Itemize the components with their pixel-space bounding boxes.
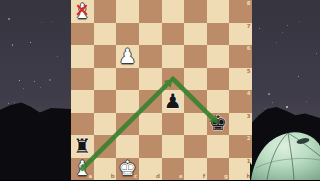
- square-g1: g: [207, 158, 230, 181]
- star: [316, 53, 317, 54]
- coord-file-f: f: [203, 174, 205, 180]
- star: [286, 106, 288, 108]
- star: [41, 22, 42, 23]
- square-g4: [207, 90, 230, 113]
- square-f1: f: [184, 158, 207, 181]
- square-a7: [71, 23, 94, 46]
- square-b2: [94, 135, 117, 158]
- square-a3: [71, 113, 94, 136]
- white-king: ♚: [119, 158, 137, 178]
- coord-file-c: c: [134, 174, 137, 180]
- square-a5: [71, 68, 94, 91]
- square-f5: [184, 68, 207, 91]
- square-e8: [162, 0, 185, 23]
- star: [23, 88, 24, 89]
- coord-file-d: d: [156, 174, 160, 180]
- square-c6: ♟: [116, 45, 139, 68]
- square-f6: [184, 45, 207, 68]
- coord-rank-8: 8: [247, 1, 251, 7]
- square-f3: [184, 113, 207, 136]
- square-f2: [184, 135, 207, 158]
- square-d7: [139, 23, 162, 46]
- star: [14, 102, 15, 103]
- square-d2: [139, 135, 162, 158]
- star: [282, 32, 283, 33]
- square-c7: [116, 23, 139, 46]
- black-pawn: ♟: [164, 91, 182, 111]
- square-g5: [207, 68, 230, 91]
- square-e5: [162, 68, 185, 91]
- square-e4: ♟: [162, 90, 185, 113]
- square-g2: [207, 135, 230, 158]
- star: [52, 21, 53, 22]
- star: [12, 44, 14, 46]
- square-e1: e: [162, 158, 185, 181]
- star: [19, 80, 20, 81]
- star: [268, 93, 270, 95]
- square-c2: [116, 135, 139, 158]
- star: [49, 79, 51, 81]
- square-h5: 5: [229, 68, 252, 91]
- coord-rank-1: 1: [247, 159, 251, 165]
- square-h6: 6: [229, 45, 252, 68]
- star: [8, 103, 9, 104]
- coord-file-g: g: [224, 174, 228, 180]
- square-b7: [94, 23, 117, 46]
- coord-rank-5: 5: [247, 69, 251, 75]
- square-d4: [139, 90, 162, 113]
- square-h8: 8: [229, 0, 252, 23]
- square-b5: [94, 68, 117, 91]
- star: [40, 87, 41, 88]
- coord-file-h: h: [247, 174, 251, 180]
- square-h3: 3: [229, 113, 252, 136]
- star: [299, 21, 300, 22]
- star: [8, 18, 10, 20]
- square-e3: [162, 113, 185, 136]
- square-a6: [71, 45, 94, 68]
- coord-rank-4: 4: [247, 91, 251, 97]
- square-f8: [184, 0, 207, 23]
- video-frame: ♝87♟65♟4♚3♜2a♝bc♚defg1h: [0, 0, 320, 180]
- square-a4: [71, 90, 94, 113]
- star: [34, 81, 35, 82]
- square-g7: [207, 23, 230, 46]
- square-g8: [207, 0, 230, 23]
- star: [306, 101, 307, 102]
- square-g3: ♚: [207, 113, 230, 136]
- square-h7: 7: [229, 23, 252, 46]
- square-h2: 2: [229, 135, 252, 158]
- square-d8: [139, 0, 162, 23]
- square-e7: [162, 23, 185, 46]
- square-b1: b: [94, 158, 117, 181]
- square-c1: c♚: [116, 158, 139, 181]
- square-c4: [116, 90, 139, 113]
- square-e2: [162, 135, 185, 158]
- coord-rank-6: 6: [247, 46, 251, 52]
- square-c5: [116, 68, 139, 91]
- star: [287, 25, 288, 26]
- black-king: ♚: [209, 113, 227, 133]
- square-c8: [116, 0, 139, 23]
- coord-file-b: b: [111, 174, 115, 180]
- star: [265, 108, 266, 109]
- square-a2: ♜: [71, 135, 94, 158]
- coord-file-e: e: [179, 174, 183, 180]
- star: [276, 42, 277, 43]
- red-x-mark: [75, 3, 89, 17]
- square-e6: [162, 45, 185, 68]
- white-bishop: ♝: [73, 158, 91, 178]
- chess-board: ♝87♟65♟4♚3♜2a♝bc♚defg1h: [71, 0, 252, 180]
- square-c3: [116, 113, 139, 136]
- square-g6: [207, 45, 230, 68]
- square-b4: [94, 90, 117, 113]
- star: [30, 42, 31, 43]
- coord-rank-3: 3: [247, 114, 251, 120]
- coord-rank-7: 7: [247, 24, 251, 30]
- square-a1: a♝: [71, 158, 94, 181]
- square-f7: [184, 23, 207, 46]
- square-b8: [94, 0, 117, 23]
- star: [272, 102, 273, 103]
- square-h4: 4: [229, 90, 252, 113]
- star: [57, 56, 58, 57]
- coord-rank-2: 2: [247, 136, 251, 142]
- black-rook: ♜: [73, 136, 91, 156]
- coord-file-a: a: [88, 174, 92, 180]
- square-b6: [94, 45, 117, 68]
- square-b3: [94, 113, 117, 136]
- star: [298, 76, 299, 77]
- white-bishop: ♝: [73, 1, 91, 21]
- white-pawn: ♟: [119, 46, 137, 66]
- square-h1: 1h: [229, 158, 252, 181]
- square-d6: [139, 45, 162, 68]
- square-a8: ♝: [71, 0, 94, 23]
- square-f4: [184, 90, 207, 113]
- square-d5: [139, 68, 162, 91]
- star: [259, 28, 260, 29]
- square-d3: [139, 113, 162, 136]
- square-d1: d: [139, 158, 162, 181]
